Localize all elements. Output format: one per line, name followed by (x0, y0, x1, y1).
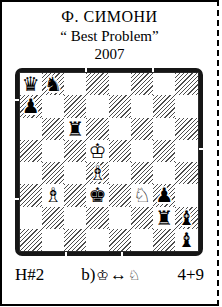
black-bishop-piece: ♝ (175, 229, 197, 251)
square-a4 (20, 162, 42, 184)
square-d5: ♔ (86, 140, 108, 162)
square-g6 (153, 118, 175, 140)
square-g3: ♟ (153, 184, 175, 206)
black-queen-piece: ♛ (20, 73, 42, 95)
square-e5 (109, 140, 131, 162)
square-d3: ♚ (86, 184, 108, 206)
square-d1 (86, 229, 108, 251)
white-king-icon: ♔ (96, 267, 109, 283)
white-king-piece: ♔ (86, 140, 108, 162)
square-f7 (131, 95, 153, 117)
square-g7 (153, 95, 175, 117)
border-tick (199, 148, 204, 150)
swap-arrow-icon: ↔ (110, 265, 127, 285)
black-pawn-piece: ♟ (153, 184, 175, 206)
square-g8 (153, 73, 175, 95)
square-a8: ♛ (20, 73, 42, 95)
square-e4 (109, 162, 131, 184)
square-c2 (64, 207, 86, 229)
black-knight-piece: ♞ (42, 73, 64, 95)
chessboard-wrapper: ♛♞♟♜♔♗♗♚♘♟♜♝♝ (15, 68, 205, 256)
square-a5 (20, 140, 42, 162)
square-c1 (64, 229, 86, 251)
border-tick (121, 252, 123, 257)
square-g1 (153, 229, 175, 251)
square-b6 (42, 118, 64, 140)
black-rook-piece: ♜ (153, 207, 175, 229)
black-pawn-piece: ♟ (20, 95, 42, 117)
square-d6 (86, 118, 108, 140)
square-a1 (20, 229, 42, 251)
square-h5 (175, 140, 197, 162)
square-f8 (131, 73, 153, 95)
square-f5 (131, 140, 153, 162)
piece-count: 4+9 (177, 265, 204, 285)
square-e3 (109, 184, 131, 206)
twin-condition: b) ♔ ↔ ♘ (81, 265, 140, 285)
square-e7 (109, 95, 131, 117)
square-h6 (175, 118, 197, 140)
white-knight-icon: ♘ (128, 267, 141, 283)
twin-prefix: b) (81, 265, 95, 285)
border-tick (14, 99, 19, 101)
square-c6: ♜ (64, 118, 86, 140)
white-knight-piece: ♘ (131, 184, 153, 206)
publication-year: 2007 (2, 45, 217, 63)
square-b1 (42, 229, 64, 251)
black-rook-piece: ♜ (64, 118, 86, 140)
square-h8 (175, 73, 197, 95)
square-e2 (109, 207, 131, 229)
square-b7 (42, 95, 64, 117)
square-g2: ♜ (153, 207, 175, 229)
border-tick (65, 252, 67, 257)
square-h2: ♝ (175, 207, 197, 229)
square-h1: ♝ (175, 229, 197, 251)
square-c7 (64, 95, 86, 117)
square-a3 (20, 184, 42, 206)
scanned-page: Ф. СИМОНИ “ Best Problem” 2007 ♛♞♟♜♔♗♗♚♘… (0, 0, 219, 306)
square-g4 (153, 162, 175, 184)
square-f1 (131, 229, 153, 251)
border-tick (85, 67, 87, 72)
square-e8 (109, 73, 131, 95)
white-bishop-piece: ♗ (86, 162, 108, 184)
author-name: Ф. СИМОНИ (2, 7, 217, 27)
square-d7 (86, 95, 108, 117)
chessboard: ♛♞♟♜♔♗♗♚♘♟♜♝♝ (20, 73, 198, 251)
source-title: “ Best Problem” (2, 27, 217, 45)
black-king-piece: ♚ (86, 184, 108, 206)
diagram-header: Ф. СИМОНИ “ Best Problem” 2007 (2, 2, 217, 63)
square-b2 (42, 207, 64, 229)
square-f2 (131, 207, 153, 229)
border-tick (14, 198, 19, 200)
black-bishop-piece: ♝ (175, 207, 197, 229)
square-c4 (64, 162, 86, 184)
square-e1 (109, 229, 131, 251)
stipulation: H#2 (15, 265, 44, 285)
square-h7 (175, 95, 197, 117)
square-f6 (131, 118, 153, 140)
square-a6 (20, 118, 42, 140)
chessboard-frame: ♛♞♟♜♔♗♗♚♘♟♜♝♝ (15, 68, 203, 256)
square-b5 (42, 140, 64, 162)
square-c3 (64, 184, 86, 206)
square-e6 (109, 118, 131, 140)
white-bishop-piece: ♗ (42, 184, 64, 206)
border-tick (152, 67, 154, 72)
square-b4 (42, 162, 64, 184)
square-g5 (153, 140, 175, 162)
square-f4 (131, 162, 153, 184)
square-b3: ♗ (42, 184, 64, 206)
square-c5 (64, 140, 86, 162)
square-a7: ♟ (20, 95, 42, 117)
square-h3 (175, 184, 197, 206)
square-f3: ♘ (131, 184, 153, 206)
square-d8 (86, 73, 108, 95)
square-c8 (64, 73, 86, 95)
square-d4: ♗ (86, 162, 108, 184)
square-b8: ♞ (42, 73, 64, 95)
square-d2 (86, 207, 108, 229)
square-a2 (20, 207, 42, 229)
square-h4 (175, 162, 197, 184)
problem-caption: H#2 b) ♔ ↔ ♘ 4+9 (2, 265, 217, 285)
